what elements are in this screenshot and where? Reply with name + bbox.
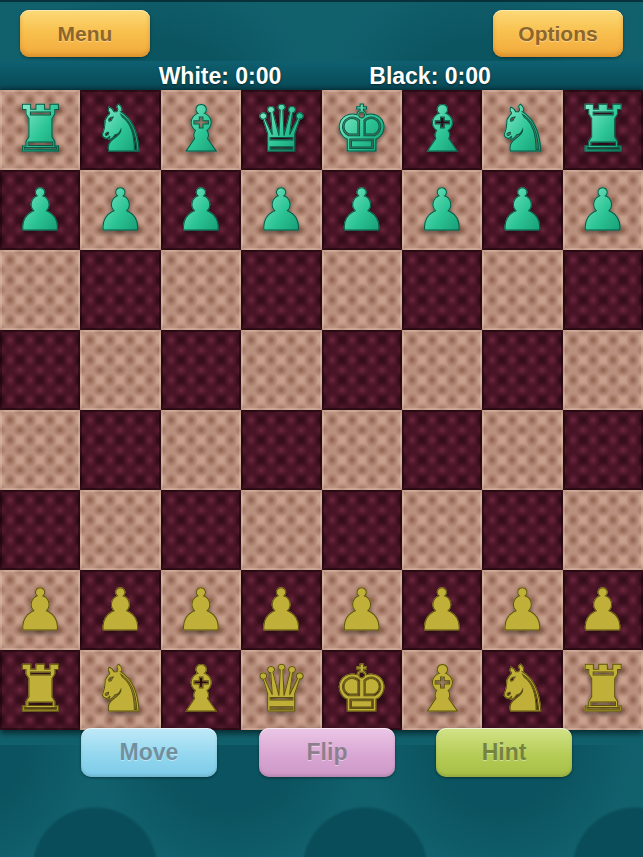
square-d6[interactable] [241, 250, 321, 330]
piece-black-pawn[interactable]: ♟ [402, 170, 482, 250]
square-c2[interactable]: ♟ [161, 570, 241, 650]
piece-white-pawn[interactable]: ♟ [241, 570, 321, 650]
square-b2[interactable]: ♟ [80, 570, 160, 650]
piece-black-rook[interactable]: ♜ [563, 90, 643, 170]
square-c1[interactable]: ♝ [161, 650, 241, 730]
square-d1[interactable]: ♛ [241, 650, 321, 730]
square-b4[interactable] [80, 410, 160, 490]
square-a8[interactable]: ♜ [0, 90, 80, 170]
piece-white-pawn[interactable]: ♟ [402, 570, 482, 650]
square-c6[interactable] [161, 250, 241, 330]
square-h6[interactable] [563, 250, 643, 330]
square-b3[interactable] [80, 490, 160, 570]
piece-black-bishop[interactable]: ♝ [161, 90, 241, 170]
piece-black-knight[interactable]: ♞ [482, 90, 562, 170]
piece-white-pawn[interactable]: ♟ [482, 570, 562, 650]
piece-white-king[interactable]: ♚ [322, 650, 402, 730]
square-g3[interactable] [482, 490, 562, 570]
piece-black-knight[interactable]: ♞ [80, 90, 160, 170]
square-h5[interactable] [563, 330, 643, 410]
square-c5[interactable] [161, 330, 241, 410]
black-clock: Black: 0:00 [345, 63, 515, 90]
piece-white-pawn[interactable]: ♟ [80, 570, 160, 650]
square-h2[interactable]: ♟ [563, 570, 643, 650]
options-button[interactable]: Options [493, 10, 623, 57]
screen-top-edge [0, 0, 643, 2]
square-e3[interactable] [322, 490, 402, 570]
piece-white-rook[interactable]: ♜ [0, 650, 80, 730]
square-g4[interactable] [482, 410, 562, 490]
square-h3[interactable] [563, 490, 643, 570]
square-h1[interactable]: ♜ [563, 650, 643, 730]
square-e8[interactable]: ♚ [322, 90, 402, 170]
piece-black-pawn[interactable]: ♟ [80, 170, 160, 250]
piece-white-knight[interactable]: ♞ [482, 650, 562, 730]
square-d7[interactable]: ♟ [241, 170, 321, 250]
square-e4[interactable] [322, 410, 402, 490]
square-b5[interactable] [80, 330, 160, 410]
square-h7[interactable]: ♟ [563, 170, 643, 250]
square-b8[interactable]: ♞ [80, 90, 160, 170]
piece-white-pawn[interactable]: ♟ [563, 570, 643, 650]
square-c4[interactable] [161, 410, 241, 490]
square-a6[interactable] [0, 250, 80, 330]
square-d8[interactable]: ♛ [241, 90, 321, 170]
hint-button[interactable]: Hint [436, 728, 572, 777]
square-c3[interactable] [161, 490, 241, 570]
square-f4[interactable] [402, 410, 482, 490]
square-f8[interactable]: ♝ [402, 90, 482, 170]
square-c7[interactable]: ♟ [161, 170, 241, 250]
piece-black-queen[interactable]: ♛ [241, 90, 321, 170]
flip-button[interactable]: Flip [259, 728, 395, 777]
piece-black-pawn[interactable]: ♟ [0, 170, 80, 250]
piece-black-pawn[interactable]: ♟ [161, 170, 241, 250]
square-c8[interactable]: ♝ [161, 90, 241, 170]
piece-white-pawn[interactable]: ♟ [0, 570, 80, 650]
square-a3[interactable] [0, 490, 80, 570]
square-g8[interactable]: ♞ [482, 90, 562, 170]
piece-white-rook[interactable]: ♜ [563, 650, 643, 730]
square-h8[interactable]: ♜ [563, 90, 643, 170]
piece-white-queen[interactable]: ♛ [241, 650, 321, 730]
square-a2[interactable]: ♟ [0, 570, 80, 650]
menu-button[interactable]: Menu [20, 10, 150, 57]
square-a4[interactable] [0, 410, 80, 490]
square-b1[interactable]: ♞ [80, 650, 160, 730]
piece-white-pawn[interactable]: ♟ [161, 570, 241, 650]
square-a1[interactable]: ♜ [0, 650, 80, 730]
white-clock: White: 0:00 [135, 63, 305, 90]
square-g5[interactable] [482, 330, 562, 410]
square-g6[interactable] [482, 250, 562, 330]
square-d3[interactable] [241, 490, 321, 570]
square-d2[interactable]: ♟ [241, 570, 321, 650]
square-g1[interactable]: ♞ [482, 650, 562, 730]
square-f2[interactable]: ♟ [402, 570, 482, 650]
square-a5[interactable] [0, 330, 80, 410]
square-f5[interactable] [402, 330, 482, 410]
piece-black-pawn[interactable]: ♟ [482, 170, 562, 250]
square-f7[interactable]: ♟ [402, 170, 482, 250]
square-b7[interactable]: ♟ [80, 170, 160, 250]
piece-black-bishop[interactable]: ♝ [402, 90, 482, 170]
piece-black-pawn[interactable]: ♟ [241, 170, 321, 250]
square-e5[interactable] [322, 330, 402, 410]
piece-black-rook[interactable]: ♜ [0, 90, 80, 170]
square-g7[interactable]: ♟ [482, 170, 562, 250]
square-e1[interactable]: ♚ [322, 650, 402, 730]
move-button[interactable]: Move [81, 728, 217, 777]
square-e7[interactable]: ♟ [322, 170, 402, 250]
piece-white-pawn[interactable]: ♟ [322, 570, 402, 650]
square-g2[interactable]: ♟ [482, 570, 562, 650]
square-b6[interactable] [80, 250, 160, 330]
square-f6[interactable] [402, 250, 482, 330]
square-d4[interactable] [241, 410, 321, 490]
chess-board[interactable]: ♜♞♝♛♚♝♞♜♟♟♟♟♟♟♟♟♟♟♟♟♟♟♟♟♜♞♝♛♚♝♞♜ [0, 90, 643, 730]
square-f1[interactable]: ♝ [402, 650, 482, 730]
piece-white-bishop[interactable]: ♝ [161, 650, 241, 730]
clock-band: White: 0:00 Black: 0:00 [0, 61, 643, 90]
square-e6[interactable] [322, 250, 402, 330]
piece-black-pawn[interactable]: ♟ [322, 170, 402, 250]
square-f3[interactable] [402, 490, 482, 570]
square-e2[interactable]: ♟ [322, 570, 402, 650]
piece-white-bishop[interactable]: ♝ [402, 650, 482, 730]
square-h4[interactable] [563, 410, 643, 490]
piece-black-pawn[interactable]: ♟ [563, 170, 643, 250]
piece-black-king[interactable]: ♚ [322, 90, 402, 170]
square-a7[interactable]: ♟ [0, 170, 80, 250]
piece-white-knight[interactable]: ♞ [80, 650, 160, 730]
square-d5[interactable] [241, 330, 321, 410]
